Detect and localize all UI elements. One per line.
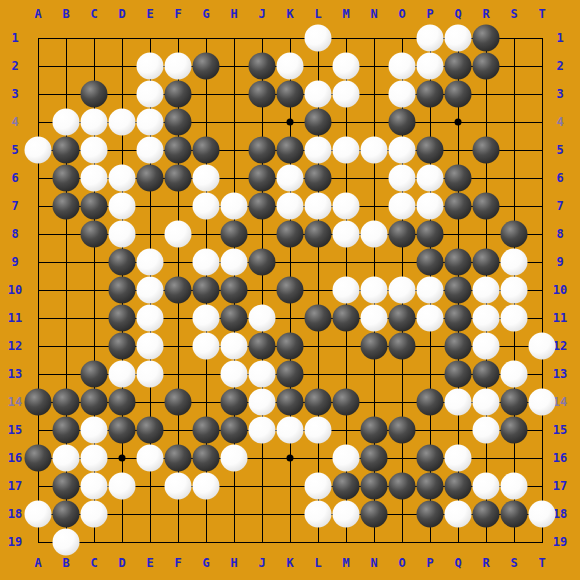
stone-black-K5 [277,137,304,164]
row-label-left-9: 9 [11,255,18,269]
stone-black-D14 [109,389,136,416]
stone-black-J5 [249,137,276,164]
stone-white-A18 [25,501,52,528]
stone-white-R14 [473,389,500,416]
stone-white-Q18 [445,501,472,528]
col-label-bottom-K: K [286,556,293,570]
stone-white-E9 [137,249,164,276]
stone-black-R1 [473,25,500,52]
stone-white-T18 [529,501,556,528]
stone-black-R13 [473,361,500,388]
stone-black-B6 [53,165,80,192]
stone-black-R7 [473,193,500,220]
col-label-top-P: P [426,7,433,21]
col-label-top-D: D [118,7,125,21]
row-label-left-8: 8 [11,227,18,241]
stone-white-M7 [333,193,360,220]
stone-white-H16 [221,445,248,472]
stone-white-P6 [417,165,444,192]
stone-white-E3 [137,81,164,108]
stone-black-J7 [249,193,276,220]
stone-white-M16 [333,445,360,472]
stone-black-G16 [193,445,220,472]
stone-black-D12 [109,333,136,360]
col-label-bottom-O: O [398,556,405,570]
stone-white-G17 [193,473,220,500]
hoshi-point-K16 [287,455,294,462]
stone-white-R17 [473,473,500,500]
stone-black-C8 [81,221,108,248]
stone-white-S9 [501,249,528,276]
col-label-bottom-B: B [62,556,69,570]
col-label-top-C: C [90,7,97,21]
row-label-right-15: 15 [553,423,567,437]
row-label-left-3: 3 [11,87,18,101]
stone-black-C14 [81,389,108,416]
stone-white-J13 [249,361,276,388]
stone-black-M14 [333,389,360,416]
stone-black-R2 [473,53,500,80]
stone-black-S15 [501,417,528,444]
stone-white-C6 [81,165,108,192]
row-label-left-12: 12 [8,339,22,353]
stone-white-L18 [305,501,332,528]
stone-black-E15 [137,417,164,444]
stone-black-O12 [389,333,416,360]
stone-white-F17 [165,473,192,500]
stone-white-D7 [109,193,136,220]
stone-white-P10 [417,277,444,304]
stone-black-F4 [165,109,192,136]
stone-white-H7 [221,193,248,220]
stone-black-Q11 [445,305,472,332]
stone-black-J6 [249,165,276,192]
stone-black-F14 [165,389,192,416]
col-label-bottom-M: M [342,556,349,570]
stone-black-O8 [389,221,416,248]
stone-black-O17 [389,473,416,500]
stone-white-C17 [81,473,108,500]
stone-white-G11 [193,305,220,332]
stone-white-M8 [333,221,360,248]
col-label-top-L: L [314,7,321,21]
stone-white-L7 [305,193,332,220]
stone-black-A14 [25,389,52,416]
stone-white-D4 [109,109,136,136]
row-label-left-15: 15 [8,423,22,437]
stone-black-G10 [193,277,220,304]
stone-black-P18 [417,501,444,528]
stone-black-P8 [417,221,444,248]
stone-black-G15 [193,417,220,444]
stone-black-G2 [193,53,220,80]
stone-white-E13 [137,361,164,388]
grid-line-horizontal [38,542,543,543]
stone-white-O6 [389,165,416,192]
stone-white-H13 [221,361,248,388]
row-label-left-7: 7 [11,199,18,213]
stone-white-C18 [81,501,108,528]
stone-black-M11 [333,305,360,332]
row-label-left-4: 4 [11,115,18,129]
col-label-bottom-Q: Q [454,556,461,570]
stone-white-O3 [389,81,416,108]
stone-black-J2 [249,53,276,80]
stone-black-N18 [361,501,388,528]
stone-black-H11 [221,305,248,332]
stone-white-D8 [109,221,136,248]
stone-white-A5 [25,137,52,164]
row-label-right-13: 13 [553,367,567,381]
col-label-top-N: N [370,7,377,21]
stone-white-M18 [333,501,360,528]
hoshi-point-Q4 [455,119,462,126]
stone-black-L4 [305,109,332,136]
stone-white-L3 [305,81,332,108]
stone-white-N8 [361,221,388,248]
stone-white-O2 [389,53,416,80]
col-label-bottom-T: T [538,556,545,570]
col-label-top-F: F [174,7,181,21]
stone-white-N5 [361,137,388,164]
stone-white-J11 [249,305,276,332]
row-label-right-19: 19 [553,535,567,549]
stone-black-B17 [53,473,80,500]
col-label-top-H: H [230,7,237,21]
stone-black-B14 [53,389,80,416]
stone-white-E2 [137,53,164,80]
row-label-left-11: 11 [8,311,22,325]
stone-white-B19 [53,529,80,556]
stone-black-J3 [249,81,276,108]
stone-white-R11 [473,305,500,332]
stone-white-M3 [333,81,360,108]
stone-black-K13 [277,361,304,388]
row-label-left-6: 6 [11,171,18,185]
stone-black-N17 [361,473,388,500]
col-label-bottom-S: S [510,556,517,570]
stone-white-D13 [109,361,136,388]
col-label-top-R: R [482,7,489,21]
col-label-top-B: B [62,7,69,21]
stone-black-H15 [221,417,248,444]
stone-white-S17 [501,473,528,500]
row-label-left-1: 1 [11,31,18,45]
stone-black-P14 [417,389,444,416]
stone-black-B15 [53,417,80,444]
col-label-bottom-G: G [202,556,209,570]
stone-black-N12 [361,333,388,360]
stone-black-Q12 [445,333,472,360]
row-label-right-6: 6 [556,171,563,185]
stone-black-P5 [417,137,444,164]
stone-black-P17 [417,473,444,500]
stone-black-D15 [109,417,136,444]
col-label-bottom-R: R [482,556,489,570]
col-label-bottom-L: L [314,556,321,570]
stone-white-Q14 [445,389,472,416]
stone-white-E11 [137,305,164,332]
stone-white-Q16 [445,445,472,472]
stone-black-K10 [277,277,304,304]
stone-black-Q3 [445,81,472,108]
stone-white-P2 [417,53,444,80]
stone-black-H14 [221,389,248,416]
stone-white-E5 [137,137,164,164]
stone-white-M5 [333,137,360,164]
row-label-right-4: 4 [556,115,563,129]
stone-black-S8 [501,221,528,248]
stone-white-G9 [193,249,220,276]
row-label-right-2: 2 [556,59,563,73]
col-label-bottom-C: C [90,556,97,570]
row-label-right-8: 8 [556,227,563,241]
stone-white-D17 [109,473,136,500]
stone-white-F8 [165,221,192,248]
stone-white-L1 [305,25,332,52]
stone-white-G6 [193,165,220,192]
stone-white-N10 [361,277,388,304]
stone-white-M10 [333,277,360,304]
row-label-left-5: 5 [11,143,18,157]
row-label-left-16: 16 [8,451,22,465]
col-label-top-S: S [510,7,517,21]
stone-white-C16 [81,445,108,472]
stone-black-S18 [501,501,528,528]
stone-white-T12 [529,333,556,360]
stone-black-F10 [165,277,192,304]
row-label-right-10: 10 [553,283,567,297]
grid-line-vertical [542,38,543,543]
stone-black-O4 [389,109,416,136]
stone-white-M2 [333,53,360,80]
col-label-bottom-E: E [146,556,153,570]
stone-black-G5 [193,137,220,164]
stone-black-C3 [81,81,108,108]
col-label-bottom-H: H [230,556,237,570]
stone-white-C15 [81,417,108,444]
stone-white-C5 [81,137,108,164]
row-label-right-11: 11 [553,311,567,325]
row-label-left-13: 13 [8,367,22,381]
row-label-left-19: 19 [8,535,22,549]
col-label-bottom-D: D [118,556,125,570]
stone-white-R12 [473,333,500,360]
col-label-top-T: T [538,7,545,21]
stone-white-J15 [249,417,276,444]
stone-black-L14 [305,389,332,416]
row-label-right-7: 7 [556,199,563,213]
stone-white-N11 [361,305,388,332]
stone-black-D9 [109,249,136,276]
stone-white-P11 [417,305,444,332]
stone-black-R5 [473,137,500,164]
stone-black-Q9 [445,249,472,276]
stone-black-K3 [277,81,304,108]
hoshi-point-K4 [287,119,294,126]
stone-black-P3 [417,81,444,108]
stone-black-H10 [221,277,248,304]
stone-black-R9 [473,249,500,276]
stone-white-C4 [81,109,108,136]
stone-black-S14 [501,389,528,416]
stone-white-L5 [305,137,332,164]
stone-white-E10 [137,277,164,304]
row-label-right-16: 16 [553,451,567,465]
stone-white-P7 [417,193,444,220]
stone-black-L8 [305,221,332,248]
col-label-bottom-P: P [426,556,433,570]
stone-black-R18 [473,501,500,528]
stone-black-A16 [25,445,52,472]
stone-white-D6 [109,165,136,192]
col-label-bottom-A: A [34,556,41,570]
stone-white-K6 [277,165,304,192]
stone-black-Q10 [445,277,472,304]
stone-black-D11 [109,305,136,332]
stone-white-R10 [473,277,500,304]
stone-white-R15 [473,417,500,444]
col-label-top-A: A [34,7,41,21]
stone-white-O10 [389,277,416,304]
row-label-right-9: 9 [556,255,563,269]
col-label-top-Q: Q [454,7,461,21]
stone-white-F2 [165,53,192,80]
row-label-right-5: 5 [556,143,563,157]
stone-black-Q13 [445,361,472,388]
stone-black-H8 [221,221,248,248]
stone-black-L6 [305,165,332,192]
stone-black-O11 [389,305,416,332]
stone-black-K14 [277,389,304,416]
stone-black-M17 [333,473,360,500]
stone-white-O7 [389,193,416,220]
stone-black-F16 [165,445,192,472]
stone-black-J9 [249,249,276,276]
stone-white-S11 [501,305,528,332]
stone-black-Q2 [445,53,472,80]
col-label-top-G: G [202,7,209,21]
stone-white-E12 [137,333,164,360]
stone-white-P1 [417,25,444,52]
stone-white-K15 [277,417,304,444]
row-label-left-18: 18 [8,507,22,521]
stone-black-B7 [53,193,80,220]
stone-black-F5 [165,137,192,164]
stone-black-N16 [361,445,388,472]
stone-black-F6 [165,165,192,192]
stone-black-Q17 [445,473,472,500]
stone-white-B16 [53,445,80,472]
stone-white-S13 [501,361,528,388]
stone-white-S10 [501,277,528,304]
stone-white-L17 [305,473,332,500]
row-label-right-3: 3 [556,87,563,101]
col-label-bottom-N: N [370,556,377,570]
col-label-top-M: M [342,7,349,21]
row-label-left-14: 14 [8,395,22,409]
go-board[interactable]: AABBCCDDEEFFGGHHJJKKLLMMNNOOPPQQRRSSTT11… [0,0,580,580]
col-label-bottom-F: F [174,556,181,570]
stone-black-C7 [81,193,108,220]
stone-black-L11 [305,305,332,332]
stone-black-P9 [417,249,444,276]
col-label-top-K: K [286,7,293,21]
row-label-left-10: 10 [8,283,22,297]
hoshi-point-D16 [119,455,126,462]
stone-white-Q1 [445,25,472,52]
stone-black-E6 [137,165,164,192]
stone-white-E4 [137,109,164,136]
stone-black-B18 [53,501,80,528]
stone-black-K12 [277,333,304,360]
col-label-top-E: E [146,7,153,21]
row-label-right-1: 1 [556,31,563,45]
stone-white-L15 [305,417,332,444]
stone-white-E16 [137,445,164,472]
stone-black-F3 [165,81,192,108]
row-label-left-17: 17 [8,479,22,493]
stone-white-K2 [277,53,304,80]
col-label-bottom-J: J [258,556,265,570]
col-label-top-J: J [258,7,265,21]
stone-black-J12 [249,333,276,360]
stone-black-O15 [389,417,416,444]
stone-black-N15 [361,417,388,444]
row-label-left-2: 2 [11,59,18,73]
col-label-top-O: O [398,7,405,21]
stone-white-H12 [221,333,248,360]
stone-white-T14 [529,389,556,416]
row-label-right-17: 17 [553,479,567,493]
stone-black-P16 [417,445,444,472]
stone-white-O5 [389,137,416,164]
stone-black-D10 [109,277,136,304]
stone-black-K8 [277,221,304,248]
stone-white-G12 [193,333,220,360]
stone-black-C13 [81,361,108,388]
stone-black-B5 [53,137,80,164]
stone-white-G7 [193,193,220,220]
stone-white-B4 [53,109,80,136]
stone-white-K7 [277,193,304,220]
stone-black-Q7 [445,193,472,220]
stone-black-Q6 [445,165,472,192]
stone-white-H9 [221,249,248,276]
stone-white-J14 [249,389,276,416]
